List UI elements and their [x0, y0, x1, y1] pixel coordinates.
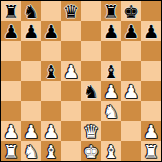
square-a4[interactable]	[1, 81, 21, 101]
black-knight[interactable]: ♞	[81, 81, 101, 101]
square-g5[interactable]	[121, 61, 141, 81]
square-e5[interactable]	[81, 61, 101, 81]
square-f2[interactable]	[101, 121, 121, 141]
black-king[interactable]: ♚	[121, 1, 141, 21]
square-b1[interactable]: ♞	[21, 141, 41, 161]
square-g1[interactable]	[121, 141, 141, 161]
square-a5[interactable]	[1, 61, 21, 81]
square-h4[interactable]	[141, 81, 161, 101]
square-a7[interactable]: ♟	[1, 21, 21, 41]
square-c5[interactable]: ♝	[41, 61, 61, 81]
white-bishop[interactable]: ♝	[101, 141, 121, 161]
white-bishop[interactable]: ♝	[41, 141, 61, 161]
square-g4[interactable]: ♟	[121, 81, 141, 101]
square-h7[interactable]: ♟	[141, 21, 161, 41]
square-c2[interactable]: ♟	[41, 121, 61, 141]
white-pawn[interactable]: ♟	[121, 81, 141, 101]
square-d5[interactable]: ♟	[61, 61, 81, 81]
black-pawn[interactable]: ♟	[1, 21, 21, 41]
square-b6[interactable]	[21, 41, 41, 61]
square-e2[interactable]: ♛	[81, 121, 101, 141]
chess-board: ♜♞♛♜♚♟♟♟♟♟♟♝♟♝♞♟♟♞♟♟♟♛♟♜♞♝♚♝♜	[0, 0, 162, 162]
square-a3[interactable]	[1, 101, 21, 121]
black-pawn[interactable]: ♟	[41, 21, 61, 41]
square-b2[interactable]: ♟	[21, 121, 41, 141]
square-c3[interactable]	[41, 101, 61, 121]
white-pawn[interactable]: ♟	[41, 121, 61, 141]
square-a6[interactable]	[1, 41, 21, 61]
square-d6[interactable]	[61, 41, 81, 61]
black-queen[interactable]: ♛	[61, 1, 81, 21]
white-queen[interactable]: ♛	[81, 121, 101, 141]
square-b3[interactable]	[21, 101, 41, 121]
square-b8[interactable]: ♞	[21, 1, 41, 21]
black-knight[interactable]: ♞	[21, 1, 41, 21]
square-b7[interactable]: ♟	[21, 21, 41, 41]
square-g8[interactable]: ♚	[121, 1, 141, 21]
square-f3[interactable]: ♞	[101, 101, 121, 121]
square-e7[interactable]	[81, 21, 101, 41]
white-pawn[interactable]: ♟	[61, 61, 81, 81]
black-pawn[interactable]: ♟	[141, 21, 161, 41]
square-a8[interactable]: ♜	[1, 1, 21, 21]
square-c1[interactable]: ♝	[41, 141, 61, 161]
white-rook[interactable]: ♜	[1, 141, 21, 161]
square-h1[interactable]: ♜	[141, 141, 161, 161]
black-bishop[interactable]: ♝	[41, 61, 61, 81]
square-b5[interactable]	[21, 61, 41, 81]
square-h5[interactable]	[141, 61, 161, 81]
square-c8[interactable]	[41, 1, 61, 21]
square-h3[interactable]	[141, 101, 161, 121]
white-king[interactable]: ♚	[81, 141, 101, 161]
white-pawn[interactable]: ♟	[141, 121, 161, 141]
square-d4[interactable]	[61, 81, 81, 101]
square-e3[interactable]	[81, 101, 101, 121]
square-d1[interactable]	[61, 141, 81, 161]
square-e1[interactable]: ♚	[81, 141, 101, 161]
square-a2[interactable]: ♟	[1, 121, 21, 141]
square-c4[interactable]	[41, 81, 61, 101]
square-h2[interactable]: ♟	[141, 121, 161, 141]
square-f4[interactable]: ♟	[101, 81, 121, 101]
square-f5[interactable]: ♝	[101, 61, 121, 81]
white-pawn[interactable]: ♟	[1, 121, 21, 141]
white-pawn[interactable]: ♟	[101, 81, 121, 101]
square-e8[interactable]	[81, 1, 101, 21]
square-d7[interactable]	[61, 21, 81, 41]
white-knight[interactable]: ♞	[21, 141, 41, 161]
square-g7[interactable]: ♟	[121, 21, 141, 41]
square-d3[interactable]	[61, 101, 81, 121]
square-c6[interactable]	[41, 41, 61, 61]
square-g6[interactable]	[121, 41, 141, 61]
black-rook[interactable]: ♜	[101, 1, 121, 21]
black-bishop[interactable]: ♝	[101, 61, 121, 81]
white-knight[interactable]: ♞	[101, 101, 121, 121]
square-h8[interactable]	[141, 1, 161, 21]
square-e6[interactable]	[81, 41, 101, 61]
square-g2[interactable]	[121, 121, 141, 141]
square-h6[interactable]	[141, 41, 161, 61]
square-b4[interactable]	[21, 81, 41, 101]
square-a1[interactable]: ♜	[1, 141, 21, 161]
square-d2[interactable]	[61, 121, 81, 141]
white-rook[interactable]: ♜	[141, 141, 161, 161]
black-rook[interactable]: ♜	[1, 1, 21, 21]
black-pawn[interactable]: ♟	[101, 21, 121, 41]
square-f8[interactable]: ♜	[101, 1, 121, 21]
square-d8[interactable]: ♛	[61, 1, 81, 21]
black-pawn[interactable]: ♟	[21, 21, 41, 41]
square-f7[interactable]: ♟	[101, 21, 121, 41]
square-g3[interactable]	[121, 101, 141, 121]
black-pawn[interactable]: ♟	[121, 21, 141, 41]
white-pawn[interactable]: ♟	[21, 121, 41, 141]
square-f6[interactable]	[101, 41, 121, 61]
square-c7[interactable]: ♟	[41, 21, 61, 41]
square-f1[interactable]: ♝	[101, 141, 121, 161]
square-e4[interactable]: ♞	[81, 81, 101, 101]
